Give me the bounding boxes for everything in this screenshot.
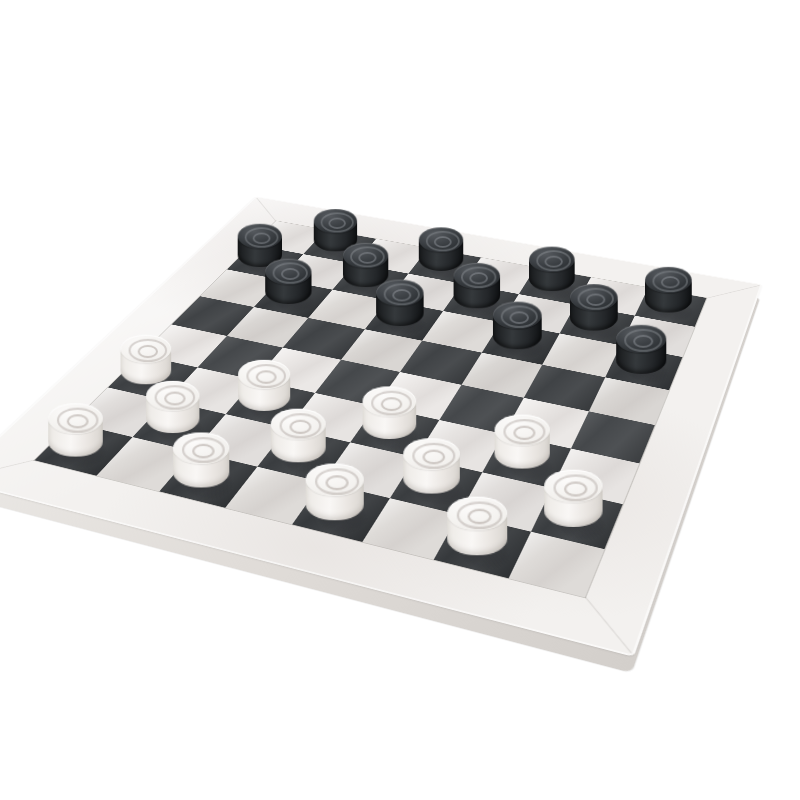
white-man-d2[interactable]: ⛀ xyxy=(270,409,325,463)
piece-top-face xyxy=(270,409,325,440)
white-man-h2[interactable]: ⛀ xyxy=(544,470,602,527)
piece-ring-inner xyxy=(164,392,185,406)
white-man-f2[interactable]: ⛀ xyxy=(403,438,460,494)
white-man-e3[interactable]: ⛀ xyxy=(363,386,417,439)
white-man-c3[interactable]: ⛀ xyxy=(238,360,290,411)
product-photo-canvas: ⛂⛂⛂⛂⛂⛂⛂⛂⛂⛂⛂⛂⛀⛀⛀⛀⛀⛀⛀⛀⛀⛀⛀⛀ xyxy=(0,0,800,800)
square-h4[interactable] xyxy=(571,411,655,463)
white-man-a1[interactable]: ⛀ xyxy=(49,403,104,457)
piece-top-face xyxy=(495,415,550,446)
piece-ring-inner xyxy=(328,218,345,229)
white-man-e1[interactable]: ⛀ xyxy=(306,463,364,520)
piece-ring-inner xyxy=(633,335,653,348)
border-miter-seam xyxy=(584,596,631,653)
piece-top-face xyxy=(121,335,172,363)
black-man-h6[interactable]: ⛂ xyxy=(616,325,666,374)
piece-top-face xyxy=(146,381,199,411)
piece-ring-inner xyxy=(289,420,311,434)
piece-top-face xyxy=(544,470,602,503)
white-man-g1[interactable]: ⛀ xyxy=(448,497,508,556)
piece-top-face xyxy=(306,463,364,496)
piece-top-face xyxy=(363,386,417,416)
white-man-a3[interactable]: ⛀ xyxy=(121,335,172,385)
piece-ring-inner xyxy=(564,482,587,497)
border-miter-seam xyxy=(706,285,760,298)
piece-ring-inner xyxy=(544,256,562,268)
border-miter-seam xyxy=(256,198,276,222)
piece-ring-inner xyxy=(661,276,680,288)
piece-top-face xyxy=(238,360,290,389)
piece-top-face xyxy=(448,497,508,531)
border-miter-seam xyxy=(0,460,35,480)
piece-top-face xyxy=(616,325,666,353)
piece-ring-inner xyxy=(422,450,445,465)
piece-ring-inner xyxy=(434,236,452,248)
white-man-g3[interactable]: ⛀ xyxy=(495,415,550,469)
checkers-board: ⛂⛂⛂⛂⛂⛂⛂⛂⛂⛂⛂⛂⛀⛀⛀⛀⛀⛀⛀⛀⛀⛀⛀⛀ xyxy=(0,196,762,657)
piece-top-face xyxy=(49,403,104,434)
board-scene: ⛂⛂⛂⛂⛂⛂⛂⛂⛂⛂⛂⛂⛀⛀⛀⛀⛀⛀⛀⛀⛀⛀⛀⛀ xyxy=(0,0,800,800)
piece-top-face xyxy=(403,438,460,470)
white-man-b2[interactable]: ⛀ xyxy=(146,381,199,433)
piece-top-face xyxy=(173,432,229,464)
white-man-c1[interactable]: ⛀ xyxy=(173,432,229,487)
